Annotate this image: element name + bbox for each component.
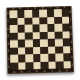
photo-background: abcdefgh abcdefgh 87654321 87654321 <box>0 0 80 80</box>
square-a1[interactable] <box>10 62 18 70</box>
coordinate-label-5: 5 <box>69 31 72 39</box>
coordinate-label-a: a <box>10 71 18 74</box>
square-h1[interactable] <box>63 61 71 69</box>
coordinate-label-2: 2 <box>70 54 73 62</box>
coordinate-label-h: h <box>63 69 71 72</box>
coordinate-label-c: c <box>26 70 34 73</box>
coordinate-label-6: 6 <box>69 24 72 32</box>
coordinate-label-d: d <box>33 70 41 73</box>
coordinate-label-b: b <box>18 70 26 73</box>
square-c1[interactable] <box>25 62 33 70</box>
coordinate-label-g: g <box>56 69 64 72</box>
board-frame: abcdefgh abcdefgh 87654321 87654321 <box>6 6 74 74</box>
coordinate-label-4: 4 <box>70 39 73 47</box>
coordinate-label-8: 8 <box>69 9 72 16</box>
coordinate-label-f: f <box>48 70 56 73</box>
coordinate-label-e: e <box>41 70 49 73</box>
coordinate-label-3: 3 <box>70 46 73 54</box>
coordinate-label-7: 7 <box>69 16 72 24</box>
coordinate-label-1: 1 <box>71 62 74 70</box>
board-grid <box>9 9 70 70</box>
file-labels-bottom: abcdefgh <box>10 69 71 74</box>
square-b1[interactable] <box>18 62 26 70</box>
